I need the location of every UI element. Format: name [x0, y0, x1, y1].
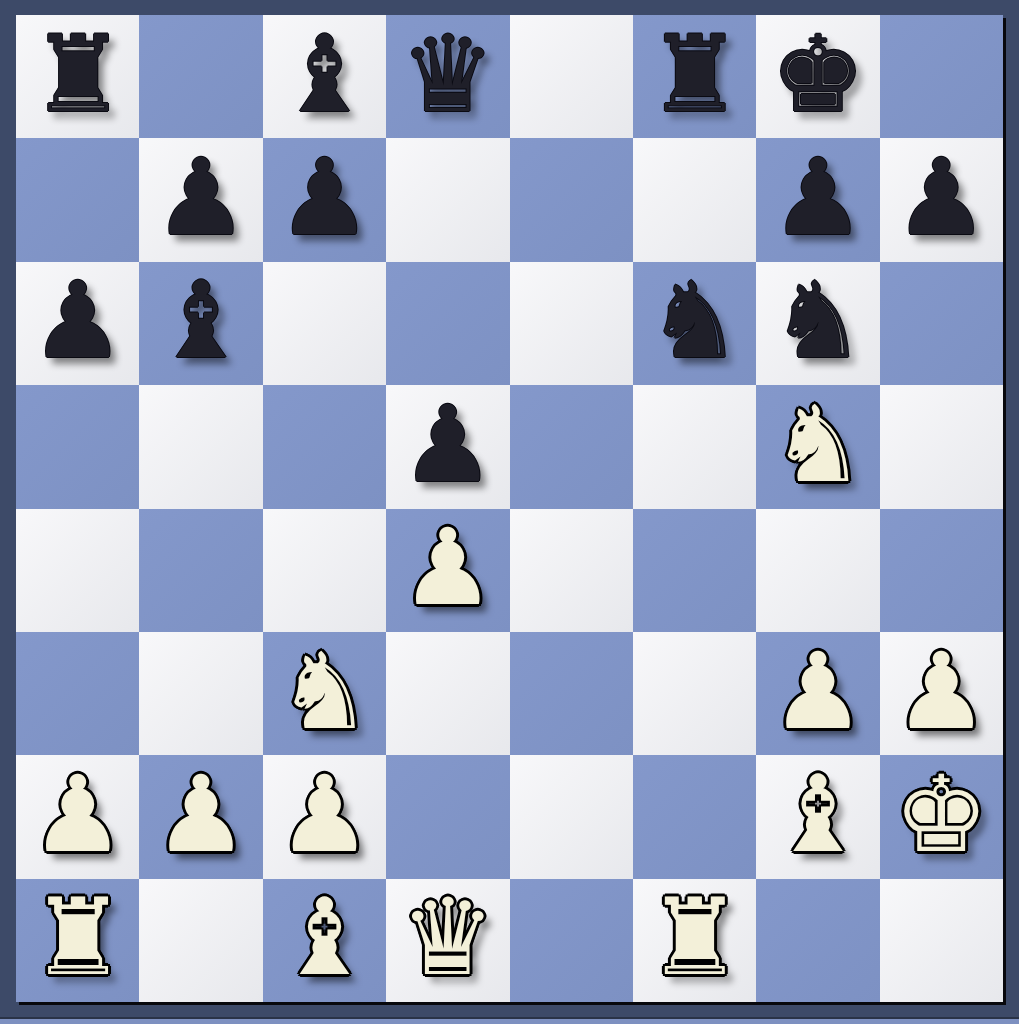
square-h7[interactable]: ♟	[880, 138, 1003, 261]
square-f5[interactable]	[633, 385, 756, 508]
black-pawn[interactable]: ♟	[400, 392, 495, 498]
square-c8[interactable]: ♝	[263, 15, 386, 138]
square-a2[interactable]: ♟	[16, 755, 139, 878]
square-c5[interactable]	[263, 385, 386, 508]
square-d1[interactable]: ♛	[386, 879, 509, 1002]
square-a7[interactable]	[16, 138, 139, 261]
square-g6[interactable]: ♞	[756, 262, 879, 385]
square-a3[interactable]	[16, 632, 139, 755]
square-g1[interactable]	[756, 879, 879, 1002]
white-rook[interactable]: ♜	[30, 885, 125, 991]
square-h8[interactable]	[880, 15, 1003, 138]
square-g8[interactable]: ♚	[756, 15, 879, 138]
chess-board: ♜♝♛♜♚♟♟♟♟♟♝♞♞♟♞♟♞♟♟♟♟♟♝♚♜♝♛♜	[16, 15, 1003, 1002]
square-d2[interactable]	[386, 755, 509, 878]
square-b4[interactable]	[139, 509, 262, 632]
square-b7[interactable]: ♟	[139, 138, 262, 261]
square-d6[interactable]	[386, 262, 509, 385]
square-e8[interactable]	[510, 15, 633, 138]
square-h5[interactable]	[880, 385, 1003, 508]
square-a4[interactable]	[16, 509, 139, 632]
square-h4[interactable]	[880, 509, 1003, 632]
square-b1[interactable]	[139, 879, 262, 1002]
square-g2[interactable]: ♝	[756, 755, 879, 878]
black-pawn[interactable]: ♟	[277, 145, 372, 251]
square-g3[interactable]: ♟	[756, 632, 879, 755]
square-g7[interactable]: ♟	[756, 138, 879, 261]
white-pawn[interactable]: ♟	[894, 639, 989, 745]
square-b3[interactable]	[139, 632, 262, 755]
black-rook[interactable]: ♜	[30, 22, 125, 128]
square-c1[interactable]: ♝	[263, 879, 386, 1002]
black-pawn[interactable]: ♟	[894, 145, 989, 251]
square-c3[interactable]: ♞	[263, 632, 386, 755]
black-pawn[interactable]: ♟	[770, 145, 865, 251]
square-e7[interactable]	[510, 138, 633, 261]
black-king[interactable]: ♚	[770, 22, 865, 128]
square-d5[interactable]: ♟	[386, 385, 509, 508]
bottom-stripe	[0, 1017, 1019, 1024]
square-b2[interactable]: ♟	[139, 755, 262, 878]
white-rook[interactable]: ♜	[647, 885, 742, 991]
square-c6[interactable]	[263, 262, 386, 385]
square-e3[interactable]	[510, 632, 633, 755]
board-frame: ♜♝♛♜♚♟♟♟♟♟♝♞♞♟♞♟♞♟♟♟♟♟♝♚♜♝♛♜	[0, 0, 1019, 1024]
black-pawn[interactable]: ♟	[154, 145, 249, 251]
square-h3[interactable]: ♟	[880, 632, 1003, 755]
square-f7[interactable]	[633, 138, 756, 261]
white-pawn[interactable]: ♟	[154, 762, 249, 868]
square-e2[interactable]	[510, 755, 633, 878]
square-e5[interactable]	[510, 385, 633, 508]
square-b5[interactable]	[139, 385, 262, 508]
square-d4[interactable]: ♟	[386, 509, 509, 632]
square-a8[interactable]: ♜	[16, 15, 139, 138]
white-knight[interactable]: ♞	[770, 392, 865, 498]
white-queen[interactable]: ♛	[400, 885, 495, 991]
square-a5[interactable]	[16, 385, 139, 508]
white-bishop[interactable]: ♝	[770, 762, 865, 868]
black-queen[interactable]: ♛	[400, 22, 495, 128]
square-h6[interactable]	[880, 262, 1003, 385]
square-a1[interactable]: ♜	[16, 879, 139, 1002]
white-pawn[interactable]: ♟	[277, 762, 372, 868]
square-h1[interactable]	[880, 879, 1003, 1002]
square-e1[interactable]	[510, 879, 633, 1002]
square-h2[interactable]: ♚	[880, 755, 1003, 878]
square-c7[interactable]: ♟	[263, 138, 386, 261]
square-d8[interactable]: ♛	[386, 15, 509, 138]
square-f8[interactable]: ♜	[633, 15, 756, 138]
white-king[interactable]: ♚	[894, 762, 989, 868]
white-pawn[interactable]: ♟	[770, 639, 865, 745]
white-pawn[interactable]: ♟	[400, 515, 495, 621]
square-b6[interactable]: ♝	[139, 262, 262, 385]
square-f6[interactable]: ♞	[633, 262, 756, 385]
square-f4[interactable]	[633, 509, 756, 632]
square-b8[interactable]	[139, 15, 262, 138]
square-f1[interactable]: ♜	[633, 879, 756, 1002]
black-pawn[interactable]: ♟	[30, 268, 125, 374]
square-c2[interactable]: ♟	[263, 755, 386, 878]
square-g5[interactable]: ♞	[756, 385, 879, 508]
square-f2[interactable]	[633, 755, 756, 878]
square-a6[interactable]: ♟	[16, 262, 139, 385]
white-pawn[interactable]: ♟	[30, 762, 125, 868]
black-knight[interactable]: ♞	[770, 268, 865, 374]
square-g4[interactable]	[756, 509, 879, 632]
square-e4[interactable]	[510, 509, 633, 632]
black-bishop[interactable]: ♝	[277, 22, 372, 128]
black-rook[interactable]: ♜	[647, 22, 742, 128]
white-knight[interactable]: ♞	[277, 639, 372, 745]
black-knight[interactable]: ♞	[647, 268, 742, 374]
square-d7[interactable]	[386, 138, 509, 261]
square-f3[interactable]	[633, 632, 756, 755]
square-e6[interactable]	[510, 262, 633, 385]
white-bishop[interactable]: ♝	[277, 885, 372, 991]
black-bishop[interactable]: ♝	[154, 268, 249, 374]
square-c4[interactable]	[263, 509, 386, 632]
square-d3[interactable]	[386, 632, 509, 755]
